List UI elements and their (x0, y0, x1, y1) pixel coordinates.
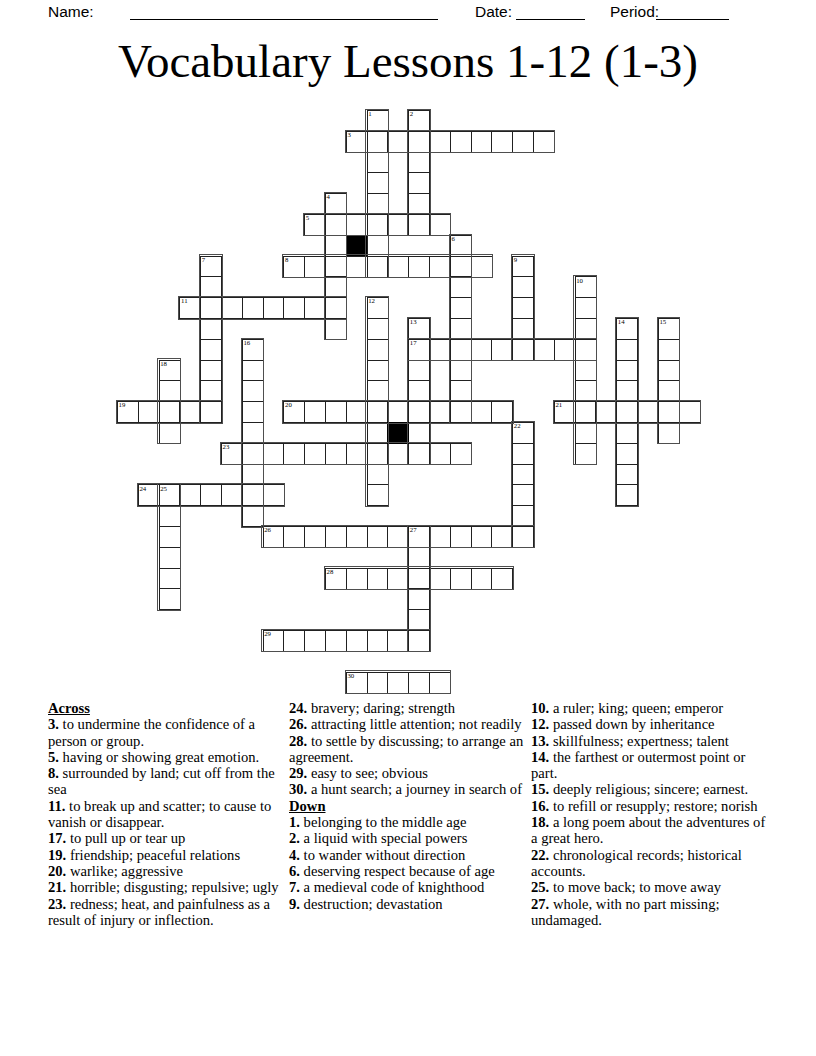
clue-10: 10. a ruler; king; queen; emperor (531, 700, 771, 716)
clue-18: 18. a long poem about the adventures of … (531, 814, 771, 847)
cell-2-14[interactable] (159, 401, 181, 423)
cell-number-9: 9 (514, 257, 517, 264)
cell-9-9[interactable] (304, 297, 326, 319)
cell-9-20[interactable] (304, 526, 326, 548)
clue-14: 14. the farthest or outermost point or p… (531, 749, 771, 782)
cell-24-14[interactable] (616, 401, 638, 423)
cell-number-4: 4 (327, 194, 330, 201)
cell-18-11[interactable] (491, 339, 513, 361)
cell-24-11[interactable] (616, 339, 638, 361)
cell-10-10[interactable] (325, 318, 347, 340)
cell-17-20[interactable] (471, 526, 493, 548)
cell-6-16[interactable] (242, 443, 264, 465)
cell-11-25[interactable] (346, 630, 368, 652)
clue-2: 2. a liquid with special powers (289, 830, 529, 846)
cell-14-13[interactable] (408, 380, 430, 402)
cell-12-10[interactable] (367, 318, 389, 340)
cell-11-16[interactable] (346, 443, 368, 465)
cell-20-11[interactable] (533, 339, 555, 361)
cell-24-18[interactable] (616, 484, 638, 506)
clue-1: 1. belonging to the middle age (289, 814, 529, 830)
cell-15-16[interactable] (429, 443, 451, 465)
cell-12-15[interactable] (367, 422, 389, 444)
cell-22-14[interactable] (575, 401, 597, 423)
cell-6-9[interactable] (242, 297, 264, 319)
clue-26: 26. attracting little attention; not rea… (289, 716, 529, 732)
cell-19-20[interactable] (512, 526, 534, 548)
cell-14-1[interactable] (408, 131, 430, 153)
cell-24-17[interactable] (616, 464, 638, 486)
clue-21: 21. horrible; disgusting; repulsive; ugl… (48, 879, 288, 895)
cell-12-17[interactable] (367, 464, 389, 486)
cell-2-23[interactable] (159, 588, 181, 610)
cell-number-8: 8 (285, 257, 288, 264)
cell-26-15[interactable] (658, 422, 680, 444)
cell-16-1[interactable] (450, 131, 472, 153)
cell-number-14: 14 (618, 319, 625, 326)
cell-14-25[interactable] (408, 630, 430, 652)
clue-9: 9. destruction; devastation (289, 896, 529, 912)
cell-14-14[interactable] (408, 401, 430, 423)
cell-16-12[interactable] (450, 360, 472, 382)
cell-16-13[interactable] (450, 380, 472, 402)
cell-9-16[interactable] (304, 443, 326, 465)
cell-5-18[interactable] (221, 484, 243, 506)
cell-14-23[interactable] (408, 588, 430, 610)
cell-9-25[interactable] (304, 630, 326, 652)
cell-12-12[interactable] (367, 360, 389, 382)
cell-5-9[interactable] (221, 297, 243, 319)
cell-9-14[interactable] (304, 401, 326, 423)
cell-12-5[interactable] (367, 214, 389, 236)
clue-3: 3. to undermine the confidence of a pers… (48, 716, 288, 749)
cell-number-1: 1 (368, 111, 371, 118)
cell-13-20[interactable] (387, 526, 409, 548)
cell-number-22: 22 (514, 423, 521, 430)
clue-20: 20. warlike; aggressive (48, 863, 288, 879)
clue-27: 27. whole, with no part missing; undamag… (531, 896, 771, 929)
cell-number-26: 26 (264, 527, 271, 534)
cell-number-5: 5 (306, 215, 309, 222)
black-cell-11-6 (346, 235, 368, 257)
cell-9-7[interactable] (304, 256, 326, 278)
cell-19-17[interactable] (512, 464, 534, 486)
cell-number-13: 13 (410, 319, 417, 326)
clue-25: 25. to move back; to move away (531, 879, 771, 895)
cell-19-19[interactable] (512, 505, 534, 527)
cell-6-19[interactable] (242, 505, 264, 527)
cell-6-14[interactable] (242, 401, 264, 423)
date-blank-line[interactable] (516, 19, 585, 20)
cell-2-19[interactable] (159, 505, 181, 527)
cell-number-23: 23 (223, 444, 230, 451)
cell-22-15[interactable] (575, 422, 597, 444)
cell-number-11: 11 (181, 298, 188, 305)
clue-7: 7. a medieval code of knighthood (289, 879, 529, 895)
clue-15: 15. deeply religious; sincere; earnest. (531, 781, 771, 797)
cell-22-16[interactable] (575, 443, 597, 465)
cell-21-11[interactable] (554, 339, 576, 361)
cell-number-21: 21 (555, 402, 562, 409)
cell-11-22[interactable] (346, 568, 368, 590)
cell-11-5[interactable] (346, 214, 368, 236)
cell-25-14[interactable] (637, 401, 659, 423)
cell-2-22[interactable] (159, 568, 181, 590)
name-blank-line[interactable] (130, 19, 438, 20)
cell-16-16[interactable] (450, 443, 472, 465)
cell-26-12[interactable] (658, 360, 680, 382)
cell-22-10[interactable] (575, 318, 597, 340)
cell-19-11[interactable] (512, 339, 534, 361)
cell-4-11[interactable] (200, 339, 222, 361)
cell-17-14[interactable] (471, 401, 493, 423)
cell-10-20[interactable] (325, 526, 347, 548)
cell-12-14[interactable] (367, 401, 389, 423)
clue-column-2: 24. bravery; daring; strength26. attract… (289, 700, 529, 912)
page-title: Vocabulary Lessons 1-12 (1-3) (0, 33, 816, 89)
clue-17: 17. to pull up or tear up (48, 830, 288, 846)
clue-6: 6. deserving respect because of age (289, 863, 529, 879)
cell-15-22[interactable] (429, 568, 451, 590)
cell-26-14[interactable] (658, 401, 680, 423)
cell-27-14[interactable] (679, 401, 701, 423)
cell-22-13[interactable] (575, 380, 597, 402)
date-label: Date: (475, 3, 512, 21)
cell-2-15[interactable] (159, 422, 181, 444)
cell-16-20[interactable] (450, 526, 472, 548)
cell-16-10[interactable] (450, 318, 472, 340)
cell-18-1[interactable] (491, 131, 513, 153)
cell-4-14[interactable] (200, 401, 222, 423)
cell-14-22[interactable] (408, 568, 430, 590)
cell-17-1[interactable] (471, 131, 493, 153)
cell-13-22[interactable] (387, 568, 409, 590)
cell-14-5[interactable] (408, 214, 430, 236)
cell-12-25[interactable] (367, 630, 389, 652)
cell-14-4[interactable] (408, 193, 430, 215)
cell-14-16[interactable] (408, 443, 430, 465)
cell-7-18[interactable] (263, 484, 285, 506)
cell-11-7[interactable] (346, 256, 368, 278)
cell-12-22[interactable] (367, 568, 389, 590)
cell-10-5[interactable] (325, 214, 347, 236)
name-label: Name: (48, 3, 94, 21)
cell-11-20[interactable] (346, 526, 368, 548)
cell-number-6: 6 (451, 236, 454, 243)
cell-16-8[interactable] (450, 276, 472, 298)
clue-19: 19. friendship; peaceful relations (48, 847, 288, 863)
cell-7-16[interactable] (263, 443, 285, 465)
cell-6-13[interactable] (242, 380, 264, 402)
clue-29: 29. easy to see; obvious (289, 765, 529, 781)
cell-18-22[interactable] (491, 568, 513, 590)
cell-20-1[interactable] (533, 131, 555, 153)
cell-number-25: 25 (160, 486, 167, 493)
cell-12-18[interactable] (367, 484, 389, 506)
cell-19-18[interactable] (512, 484, 534, 506)
cell-12-11[interactable] (367, 339, 389, 361)
clue-30: 30. a hunt search; a journey in search o… (289, 781, 529, 797)
cell-number-30: 30 (347, 673, 354, 680)
clue-23: 23. redness; heat, and painfulness as a … (48, 896, 288, 929)
clue-13: 13. skillfulness; expertness; talent (531, 733, 771, 749)
cell-6-18[interactable] (242, 484, 264, 506)
cell-15-20[interactable] (429, 526, 451, 548)
cell-13-5[interactable] (387, 214, 409, 236)
cell-16-9[interactable] (450, 297, 472, 319)
cell-12-7[interactable] (367, 256, 389, 278)
cell-1-14[interactable] (138, 401, 160, 423)
cell-2-21[interactable] (159, 547, 181, 569)
clue-column-1: Across3. to undermine the confidence of … (48, 700, 288, 928)
cell-24-15[interactable] (616, 422, 638, 444)
clue-11: 11. to break up and scatter; to cause to… (48, 798, 288, 831)
cell-number-2: 2 (410, 111, 413, 118)
cell-13-27[interactable] (387, 672, 409, 694)
cell-22-12[interactable] (575, 360, 597, 382)
cell-15-14[interactable] (429, 401, 451, 423)
cell-number-27: 27 (410, 527, 417, 534)
cell-4-12[interactable] (200, 360, 222, 382)
cell-2-20[interactable] (159, 526, 181, 548)
cell-15-7[interactable] (429, 256, 451, 278)
cell-8-9[interactable] (283, 297, 305, 319)
cell-4-9[interactable] (200, 297, 222, 319)
cell-12-1[interactable] (367, 131, 389, 153)
cell-4-13[interactable] (200, 380, 222, 402)
black-cell-13-15 (387, 422, 409, 444)
clue-12: 12. passed down by inheritance (531, 716, 771, 732)
cell-6-17[interactable] (242, 464, 264, 486)
cell-19-1[interactable] (512, 131, 534, 153)
cell-10-8[interactable] (325, 276, 347, 298)
cell-24-12[interactable] (616, 360, 638, 382)
cell-number-15: 15 (659, 319, 666, 326)
cell-16-14[interactable] (450, 401, 472, 423)
cell-26-13[interactable] (658, 380, 680, 402)
cell-6-15[interactable] (242, 422, 264, 444)
cell-13-7[interactable] (387, 256, 409, 278)
cell-18-20[interactable] (491, 526, 513, 548)
cell-14-15[interactable] (408, 422, 430, 444)
cell-10-25[interactable] (325, 630, 347, 652)
cell-14-27[interactable] (408, 672, 430, 694)
cell-12-13[interactable] (367, 380, 389, 402)
cell-15-1[interactable] (429, 131, 451, 153)
cell-10-7[interactable] (325, 256, 347, 278)
cell-22-11[interactable] (575, 339, 597, 361)
clue-28: 28. to settle by discussing; to arrange … (289, 733, 529, 766)
cell-number-7: 7 (202, 257, 205, 264)
cell-11-14[interactable] (346, 401, 368, 423)
cell-15-27[interactable] (429, 672, 451, 694)
clue-24: 24. bravery; daring; strength (289, 700, 529, 716)
cell-13-16[interactable] (387, 443, 409, 465)
period-label: Period: (610, 3, 659, 21)
cell-14-21[interactable] (408, 547, 430, 569)
cell-12-3[interactable] (367, 172, 389, 194)
cell-16-11[interactable] (450, 339, 472, 361)
cell-10-9[interactable] (325, 297, 347, 319)
cell-3-18[interactable] (179, 484, 201, 506)
cell-23-14[interactable] (595, 401, 617, 423)
cell-14-24[interactable] (408, 609, 430, 631)
cell-17-7[interactable] (471, 256, 493, 278)
cell-14-7[interactable] (408, 256, 430, 278)
clue-4: 4. to wander without direction (289, 847, 529, 863)
cell-7-9[interactable] (263, 297, 285, 319)
cell-3-14[interactable] (179, 401, 201, 423)
cell-2-13[interactable] (159, 380, 181, 402)
cell-15-11[interactable] (429, 339, 451, 361)
cell-13-14[interactable] (387, 401, 409, 423)
worksheet-page: { "header": { "name_label": "Name:", "da… (0, 0, 816, 1056)
section-header-down: Down (289, 798, 529, 814)
crossword-grid: 1234567891011121314151617181920212223242… (117, 110, 700, 693)
section-header-across: Across (48, 700, 288, 716)
cell-10-16[interactable] (325, 443, 347, 465)
cell-number-10: 10 (576, 278, 583, 285)
cell-4-18[interactable] (200, 484, 222, 506)
cell-24-16[interactable] (616, 443, 638, 465)
cell-24-13[interactable] (616, 380, 638, 402)
cell-16-7[interactable] (450, 256, 472, 278)
cell-14-2[interactable] (408, 152, 430, 174)
cell-14-3[interactable] (408, 172, 430, 194)
cell-number-24: 24 (139, 486, 146, 493)
cell-16-22[interactable] (450, 568, 472, 590)
clue-5: 5. having or showing great emotion. (48, 749, 288, 765)
clue-8: 8. surrounded by land; cut off from the … (48, 765, 288, 798)
cell-number-19: 19 (119, 402, 126, 409)
cell-19-10[interactable] (512, 318, 534, 340)
cell-4-10[interactable] (200, 318, 222, 340)
cell-12-2[interactable] (367, 152, 389, 174)
cell-13-1[interactable] (387, 131, 409, 153)
cell-17-22[interactable] (471, 568, 493, 590)
cell-4-8[interactable] (200, 276, 222, 298)
cell-15-5[interactable] (429, 214, 451, 236)
clue-16: 16. to refill or resupply; restore; nori… (531, 798, 771, 814)
cell-number-18: 18 (160, 361, 167, 368)
cell-8-25[interactable] (283, 630, 305, 652)
cell-number-20: 20 (285, 402, 292, 409)
cell-number-29: 29 (264, 631, 271, 638)
cell-13-25[interactable] (387, 630, 409, 652)
cell-12-16[interactable] (367, 443, 389, 465)
cell-12-20[interactable] (367, 526, 389, 548)
clue-column-3: 10. a ruler; king; queen; emperor12. pas… (531, 700, 771, 928)
cell-6-12[interactable] (242, 360, 264, 382)
cell-number-17: 17 (410, 340, 417, 347)
cell-14-12[interactable] (408, 360, 430, 382)
cell-number-3: 3 (347, 132, 350, 139)
cell-8-16[interactable] (283, 443, 305, 465)
cell-18-14[interactable] (491, 401, 513, 423)
cell-22-9[interactable] (575, 297, 597, 319)
cell-17-11[interactable] (471, 339, 493, 361)
cell-12-27[interactable] (367, 672, 389, 694)
cell-8-20[interactable] (283, 526, 305, 548)
cell-19-16[interactable] (512, 443, 534, 465)
cell-19-8[interactable] (512, 276, 534, 298)
cell-number-16: 16 (243, 340, 250, 347)
cell-12-4[interactable] (367, 193, 389, 215)
period-blank-line[interactable] (656, 19, 729, 20)
cell-number-12: 12 (368, 298, 375, 305)
clue-22: 22. chronological records; historical ac… (531, 847, 771, 880)
cell-12-6[interactable] (367, 235, 389, 257)
cell-26-11[interactable] (658, 339, 680, 361)
cell-10-14[interactable] (325, 401, 347, 423)
cell-number-28: 28 (327, 569, 334, 576)
cell-19-9[interactable] (512, 297, 534, 319)
cell-10-6[interactable] (325, 235, 347, 257)
